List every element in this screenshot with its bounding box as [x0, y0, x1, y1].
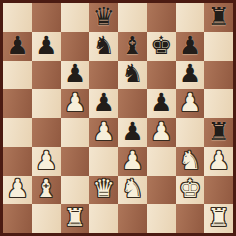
board-grid: ♛♜♟♟♞♝♚♟♟♞♟♟♟♟♟♟♟♟♜♟♟♞♟♟♝♛♞♚♜♜: [3, 3, 233, 233]
square-b3[interactable]: ♟: [32, 147, 61, 176]
square-f8[interactable]: [147, 3, 176, 32]
square-a8[interactable]: [3, 3, 32, 32]
square-f3[interactable]: [147, 147, 176, 176]
square-b7[interactable]: ♟: [32, 32, 61, 61]
square-g6[interactable]: ♟: [176, 61, 205, 90]
square-c6[interactable]: ♟: [61, 61, 90, 90]
square-b2[interactable]: ♝: [32, 176, 61, 205]
square-g8[interactable]: [176, 3, 205, 32]
piece-black-pawn[interactable]: ♟: [64, 61, 86, 86]
square-h8[interactable]: ♜: [204, 3, 233, 32]
square-c5[interactable]: ♟: [61, 89, 90, 118]
piece-white-pawn[interactable]: ♟: [179, 90, 201, 115]
square-a2[interactable]: ♟: [3, 176, 32, 205]
square-b5[interactable]: [32, 89, 61, 118]
square-g4[interactable]: [176, 118, 205, 147]
square-d6[interactable]: [89, 61, 118, 90]
piece-black-pawn[interactable]: ♟: [150, 90, 172, 115]
square-h7[interactable]: [204, 32, 233, 61]
piece-black-knight[interactable]: ♞: [121, 61, 143, 86]
square-a3[interactable]: [3, 147, 32, 176]
piece-white-queen[interactable]: ♛: [92, 176, 114, 201]
square-d5[interactable]: ♟: [89, 89, 118, 118]
piece-black-knight[interactable]: ♞: [92, 33, 114, 58]
square-e5[interactable]: [118, 89, 147, 118]
square-d8[interactable]: ♛: [89, 3, 118, 32]
square-h1[interactable]: ♜: [204, 204, 233, 233]
square-f6[interactable]: [147, 61, 176, 90]
square-b6[interactable]: [32, 61, 61, 90]
square-a6[interactable]: [3, 61, 32, 90]
piece-black-rook[interactable]: ♜: [207, 119, 229, 144]
square-c3[interactable]: [61, 147, 90, 176]
chess-board: ♛♜♟♟♞♝♚♟♟♞♟♟♟♟♟♟♟♟♜♟♟♞♟♟♝♛♞♚♜♜: [0, 0, 236, 236]
piece-white-knight[interactable]: ♞: [121, 176, 143, 201]
square-a4[interactable]: [3, 118, 32, 147]
square-c7[interactable]: [61, 32, 90, 61]
piece-black-king[interactable]: ♚: [150, 33, 172, 58]
square-a7[interactable]: ♟: [3, 32, 32, 61]
square-h6[interactable]: [204, 61, 233, 90]
square-e2[interactable]: ♞: [118, 176, 147, 205]
square-b8[interactable]: [32, 3, 61, 32]
square-d3[interactable]: [89, 147, 118, 176]
square-h4[interactable]: ♜: [204, 118, 233, 147]
piece-white-knight[interactable]: ♞: [179, 148, 201, 173]
piece-white-pawn[interactable]: ♟: [150, 119, 172, 144]
square-f5[interactable]: ♟: [147, 89, 176, 118]
square-d7[interactable]: ♞: [89, 32, 118, 61]
square-c8[interactable]: [61, 3, 90, 32]
piece-black-queen[interactable]: ♛: [92, 4, 114, 29]
square-h2[interactable]: [204, 176, 233, 205]
piece-white-pawn[interactable]: ♟: [121, 148, 143, 173]
piece-white-pawn[interactable]: ♟: [207, 148, 229, 173]
piece-white-pawn[interactable]: ♟: [92, 119, 114, 144]
square-e4[interactable]: ♟: [118, 118, 147, 147]
piece-white-rook[interactable]: ♜: [207, 205, 229, 230]
piece-white-rook[interactable]: ♜: [64, 205, 86, 230]
square-e8[interactable]: [118, 3, 147, 32]
piece-black-rook[interactable]: ♜: [207, 4, 229, 29]
square-f2[interactable]: [147, 176, 176, 205]
piece-black-pawn[interactable]: ♟: [179, 33, 201, 58]
square-c2[interactable]: [61, 176, 90, 205]
square-e7[interactable]: ♝: [118, 32, 147, 61]
piece-black-pawn[interactable]: ♟: [6, 33, 28, 58]
piece-black-bishop[interactable]: ♝: [121, 33, 143, 58]
square-g2[interactable]: ♚: [176, 176, 205, 205]
square-d1[interactable]: [89, 204, 118, 233]
piece-white-pawn[interactable]: ♟: [64, 90, 86, 115]
square-h5[interactable]: [204, 89, 233, 118]
square-g3[interactable]: ♞: [176, 147, 205, 176]
square-h3[interactable]: ♟: [204, 147, 233, 176]
square-a5[interactable]: [3, 89, 32, 118]
square-f1[interactable]: [147, 204, 176, 233]
square-b1[interactable]: [32, 204, 61, 233]
piece-black-pawn[interactable]: ♟: [121, 119, 143, 144]
square-b4[interactable]: [32, 118, 61, 147]
square-d2[interactable]: ♛: [89, 176, 118, 205]
square-e1[interactable]: [118, 204, 147, 233]
square-e3[interactable]: ♟: [118, 147, 147, 176]
piece-white-bishop[interactable]: ♝: [35, 176, 57, 201]
square-g1[interactable]: [176, 204, 205, 233]
piece-white-pawn[interactable]: ♟: [6, 176, 28, 201]
square-g7[interactable]: ♟: [176, 32, 205, 61]
piece-black-pawn[interactable]: ♟: [35, 33, 57, 58]
square-c4[interactable]: [61, 118, 90, 147]
piece-black-pawn[interactable]: ♟: [179, 61, 201, 86]
piece-white-pawn[interactable]: ♟: [35, 148, 57, 173]
square-c1[interactable]: ♜: [61, 204, 90, 233]
square-g5[interactable]: ♟: [176, 89, 205, 118]
square-e6[interactable]: ♞: [118, 61, 147, 90]
square-f7[interactable]: ♚: [147, 32, 176, 61]
piece-white-king[interactable]: ♚: [179, 176, 201, 201]
square-d4[interactable]: ♟: [89, 118, 118, 147]
square-a1[interactable]: [3, 204, 32, 233]
square-f4[interactable]: ♟: [147, 118, 176, 147]
piece-black-pawn[interactable]: ♟: [92, 90, 114, 115]
